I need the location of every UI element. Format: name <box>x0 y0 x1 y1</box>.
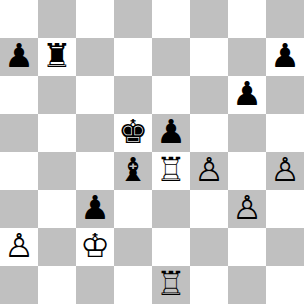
square-b7[interactable]: ♜ <box>38 38 76 76</box>
square-b6[interactable] <box>38 76 76 114</box>
square-a5[interactable] <box>0 114 38 152</box>
square-h4[interactable]: ♙ <box>266 152 304 190</box>
square-c5[interactable] <box>76 114 114 152</box>
piece-white-king[interactable]: ♔ <box>80 228 110 265</box>
piece-black-king[interactable]: ♚ <box>118 114 148 151</box>
square-e2[interactable] <box>152 228 190 266</box>
square-h5[interactable] <box>266 114 304 152</box>
piece-black-bishop[interactable]: ♝ <box>118 152 148 189</box>
square-h8[interactable] <box>266 0 304 38</box>
square-d8[interactable] <box>114 0 152 38</box>
square-f6[interactable] <box>190 76 228 114</box>
square-c1[interactable] <box>76 266 114 304</box>
square-c2[interactable]: ♔ <box>76 228 114 266</box>
square-a2[interactable]: ♙ <box>0 228 38 266</box>
square-e3[interactable] <box>152 190 190 228</box>
piece-white-pawn[interactable]: ♙ <box>232 190 262 227</box>
square-g1[interactable] <box>228 266 266 304</box>
square-b1[interactable] <box>38 266 76 304</box>
square-b4[interactable] <box>38 152 76 190</box>
square-e5[interactable]: ♟ <box>152 114 190 152</box>
square-b3[interactable] <box>38 190 76 228</box>
square-f4[interactable]: ♙ <box>190 152 228 190</box>
piece-white-pawn[interactable]: ♙ <box>270 152 300 189</box>
piece-black-pawn[interactable]: ♟ <box>4 38 34 75</box>
piece-black-pawn[interactable]: ♟ <box>156 114 186 151</box>
square-f3[interactable] <box>190 190 228 228</box>
square-e8[interactable] <box>152 0 190 38</box>
piece-white-rook[interactable]: ♖ <box>156 266 186 303</box>
square-d1[interactable] <box>114 266 152 304</box>
square-g7[interactable] <box>228 38 266 76</box>
square-b5[interactable] <box>38 114 76 152</box>
piece-black-pawn[interactable]: ♟ <box>232 76 262 113</box>
square-a4[interactable] <box>0 152 38 190</box>
square-a8[interactable] <box>0 0 38 38</box>
square-a6[interactable] <box>0 76 38 114</box>
square-f2[interactable] <box>190 228 228 266</box>
square-c3[interactable]: ♟ <box>76 190 114 228</box>
square-a3[interactable] <box>0 190 38 228</box>
piece-white-rook[interactable]: ♖ <box>156 152 186 189</box>
square-g4[interactable] <box>228 152 266 190</box>
chess-board: ♟♜♟♟♚♟♝♖♙♙♟♙♙♔♖ <box>0 0 304 304</box>
square-h3[interactable] <box>266 190 304 228</box>
square-c6[interactable] <box>76 76 114 114</box>
square-b2[interactable] <box>38 228 76 266</box>
square-h2[interactable] <box>266 228 304 266</box>
square-e7[interactable] <box>152 38 190 76</box>
square-d6[interactable] <box>114 76 152 114</box>
square-e4[interactable]: ♖ <box>152 152 190 190</box>
piece-black-rook[interactable]: ♜ <box>42 38 72 75</box>
piece-white-pawn[interactable]: ♙ <box>194 152 224 189</box>
piece-white-pawn[interactable]: ♙ <box>4 228 34 265</box>
square-d2[interactable] <box>114 228 152 266</box>
square-e6[interactable] <box>152 76 190 114</box>
square-c8[interactable] <box>76 0 114 38</box>
piece-black-pawn[interactable]: ♟ <box>80 190 110 227</box>
square-f8[interactable] <box>190 0 228 38</box>
piece-black-pawn[interactable]: ♟ <box>270 38 300 75</box>
square-d3[interactable] <box>114 190 152 228</box>
square-h7[interactable]: ♟ <box>266 38 304 76</box>
square-d4[interactable]: ♝ <box>114 152 152 190</box>
square-d7[interactable] <box>114 38 152 76</box>
square-g2[interactable] <box>228 228 266 266</box>
square-a1[interactable] <box>0 266 38 304</box>
square-c7[interactable] <box>76 38 114 76</box>
square-g8[interactable] <box>228 0 266 38</box>
square-f7[interactable] <box>190 38 228 76</box>
square-g3[interactable]: ♙ <box>228 190 266 228</box>
square-d5[interactable]: ♚ <box>114 114 152 152</box>
square-g5[interactable] <box>228 114 266 152</box>
square-e1[interactable]: ♖ <box>152 266 190 304</box>
square-g6[interactable]: ♟ <box>228 76 266 114</box>
square-f1[interactable] <box>190 266 228 304</box>
square-h1[interactable] <box>266 266 304 304</box>
square-h6[interactable] <box>266 76 304 114</box>
square-c4[interactable] <box>76 152 114 190</box>
square-f5[interactable] <box>190 114 228 152</box>
square-b8[interactable] <box>38 0 76 38</box>
square-a7[interactable]: ♟ <box>0 38 38 76</box>
